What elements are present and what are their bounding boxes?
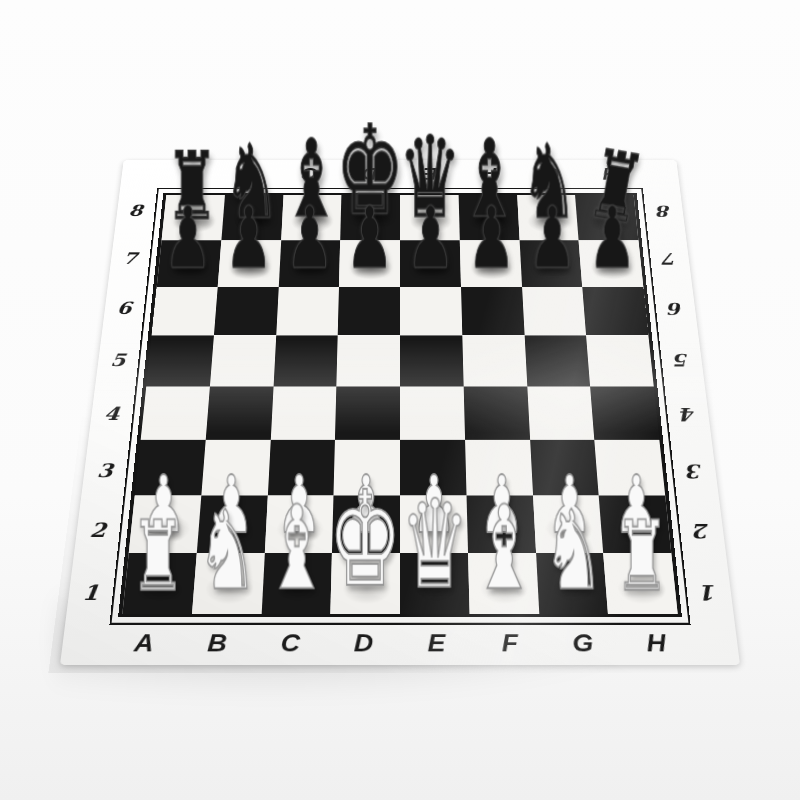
square-f4[interactable] xyxy=(463,386,529,439)
square-h5[interactable] xyxy=(586,336,653,387)
rank-label-5: 5 xyxy=(97,334,139,387)
file-label-f: F xyxy=(473,625,548,661)
square-d6[interactable] xyxy=(338,287,400,336)
rank-label-flipped-1: 1 xyxy=(686,561,732,625)
file-label-flipped-d: D xyxy=(339,161,400,185)
vinyl-mat: ABCDEFGH ABCDEFGH 87654321 87654321 ♜♞♝♚… xyxy=(60,160,740,665)
square-b5[interactable] xyxy=(210,336,276,387)
file-label-g: G xyxy=(545,625,621,661)
square-c5[interactable] xyxy=(273,336,338,387)
rank-label-flipped-3: 3 xyxy=(673,442,717,500)
chessboard-mat: ABCDEFGH ABCDEFGH 87654321 87654321 ♜♞♝♚… xyxy=(60,160,740,665)
square-f5[interactable] xyxy=(462,336,527,387)
photo-scene: ABCDEFGH ABCDEFGH 87654321 87654321 ♜♞♝♚… xyxy=(0,0,800,800)
board-grid: ♜♞♝♚♛♝♞♜♟♟♟♟♟♟♟♟♟♟♟♟♟♟♟♟♜♞♝♚♛♝♞♜ xyxy=(118,193,682,618)
square-h7[interactable]: ♟ xyxy=(579,240,644,287)
square-b6[interactable] xyxy=(214,287,279,336)
file-label-h: H xyxy=(618,625,695,661)
square-d5[interactable] xyxy=(337,336,400,387)
rank-label-flipped-4: 4 xyxy=(667,386,710,441)
square-e6[interactable] xyxy=(400,287,462,336)
file-label-b: B xyxy=(179,625,255,661)
file-label-flipped-h: H xyxy=(580,161,643,185)
square-h1[interactable]: ♜ xyxy=(603,553,677,614)
file-label-d: D xyxy=(326,625,400,661)
rank-label-flipped-5: 5 xyxy=(661,334,703,387)
file-label-flipped-e: E xyxy=(400,161,461,185)
file-label-flipped-b: B xyxy=(218,161,280,185)
rank-label-flipped-8: 8 xyxy=(645,188,684,235)
square-b4[interactable] xyxy=(206,386,274,439)
rank-label-4: 4 xyxy=(90,386,133,441)
board-frame: ♜♞♝♚♛♝♞♜♟♟♟♟♟♟♟♟♟♟♟♟♟♟♟♟♜♞♝♚♛♝♞♜ xyxy=(109,188,690,625)
piece-white-rook-h1[interactable]: ♜ xyxy=(588,508,696,605)
square-d4[interactable] xyxy=(335,386,400,439)
square-g6[interactable] xyxy=(522,287,587,336)
piece-black-pawn-h7[interactable]: ♟ xyxy=(565,195,660,280)
square-a5[interactable] xyxy=(146,336,213,387)
rank-label-flipped-6: 6 xyxy=(656,283,697,334)
file-label-flipped-g: G xyxy=(520,161,582,185)
file-labels-top: ABCDEFGH xyxy=(157,161,642,185)
file-label-a: A xyxy=(105,625,182,661)
square-f6[interactable] xyxy=(461,287,524,336)
square-c4[interactable] xyxy=(270,386,336,439)
square-g5[interactable] xyxy=(524,336,590,387)
file-label-c: C xyxy=(253,625,328,661)
file-label-flipped-a: A xyxy=(157,161,220,185)
square-e4[interactable] xyxy=(400,386,465,439)
rank-label-flipped-2: 2 xyxy=(680,500,725,561)
rank-label-flipped-7: 7 xyxy=(650,234,690,283)
square-a6[interactable] xyxy=(152,287,218,336)
file-labels-bottom: ABCDEFGH xyxy=(105,625,694,661)
square-e5[interactable] xyxy=(400,336,463,387)
rank-label-6: 6 xyxy=(104,283,145,334)
square-c6[interactable] xyxy=(276,287,339,336)
file-label-flipped-f: F xyxy=(460,161,521,185)
square-a4[interactable] xyxy=(141,386,210,439)
file-label-e: E xyxy=(400,625,474,661)
square-g4[interactable] xyxy=(527,386,595,439)
square-h4[interactable] xyxy=(590,386,659,439)
file-label-flipped-c: C xyxy=(279,161,340,185)
square-h6[interactable] xyxy=(582,287,648,336)
